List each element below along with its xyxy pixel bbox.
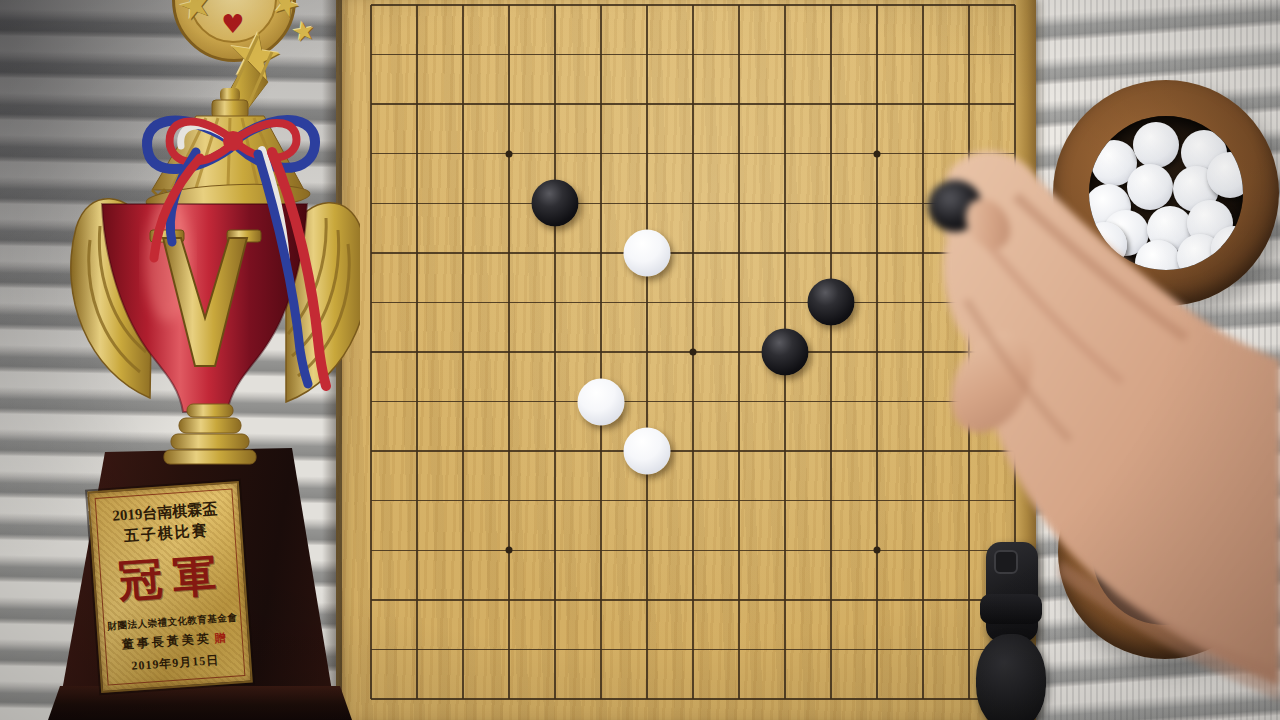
player-hand <box>0 0 1280 720</box>
